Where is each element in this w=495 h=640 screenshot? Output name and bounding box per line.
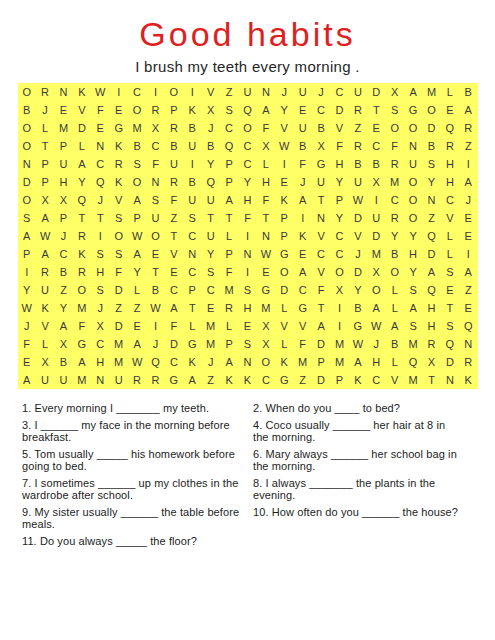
grid-cell[interactable]: Y [201,245,219,263]
grid-cell[interactable]: E [441,281,459,299]
grid-cell[interactable]: I [459,245,477,263]
grid-cell[interactable]: A [404,83,422,101]
grid-cell[interactable]: A [220,353,238,371]
grid-cell[interactable]: S [18,209,36,227]
grid-cell[interactable]: V [312,227,330,245]
grid-cell[interactable]: M [404,371,422,389]
grid-cell[interactable]: I [18,263,36,281]
grid-cell[interactable]: L [73,137,91,155]
grid-cell[interactable]: P [220,173,238,191]
grid-cell[interactable]: L [275,335,293,353]
grid-cell[interactable]: C [183,263,201,281]
grid-cell[interactable]: S [128,155,146,173]
grid-cell[interactable]: Y [54,299,72,317]
grid-cell[interactable]: C [385,191,403,209]
grid-cell[interactable]: U [201,191,219,209]
grid-cell[interactable]: N [257,83,275,101]
grid-cell[interactable]: F [165,317,183,335]
grid-cell[interactable]: F [257,191,275,209]
grid-cell[interactable]: Q [73,191,91,209]
grid-cell[interactable]: B [367,155,385,173]
grid-cell[interactable]: T [201,209,219,227]
grid-cell[interactable]: A [220,191,238,209]
grid-cell[interactable]: U [109,371,127,389]
grid-cell[interactable]: G [73,335,91,353]
grid-cell[interactable]: B [146,281,164,299]
grid-cell[interactable]: H [367,353,385,371]
grid-cell[interactable]: S [146,191,164,209]
grid-cell[interactable]: Y [18,281,36,299]
grid-cell[interactable]: B [201,137,219,155]
grid-cell[interactable]: E [18,353,36,371]
grid-cell[interactable]: C [238,155,256,173]
grid-cell[interactable]: R [73,263,91,281]
grid-cell[interactable]: V [165,245,183,263]
grid-cell[interactable]: K [109,137,127,155]
grid-cell[interactable]: C [330,227,348,245]
grid-cell[interactable]: U [404,155,422,173]
grid-cell[interactable]: V [36,317,54,335]
grid-cell[interactable]: G [275,245,293,263]
grid-cell[interactable]: L [441,245,459,263]
grid-cell[interactable]: F [146,155,164,173]
grid-cell[interactable]: C [165,281,183,299]
grid-cell[interactable]: A [36,245,54,263]
grid-cell[interactable]: Z [165,209,183,227]
grid-cell[interactable]: P [54,209,72,227]
grid-cell[interactable]: E [293,101,311,119]
grid-cell[interactable]: H [238,299,256,317]
grid-cell[interactable]: A [128,245,146,263]
grid-cell[interactable]: O [109,227,127,245]
grid-cell[interactable]: H [238,191,256,209]
grid-cell[interactable]: U [146,209,164,227]
grid-cell[interactable]: Z [220,83,238,101]
grid-cell[interactable]: W [146,299,164,317]
grid-cell[interactable]: W [91,83,109,101]
grid-cell[interactable]: A [404,299,422,317]
grid-cell[interactable]: S [441,317,459,335]
grid-cell[interactable]: K [36,299,54,317]
grid-cell[interactable]: Y [422,173,440,191]
grid-cell[interactable]: E [275,173,293,191]
grid-cell[interactable]: T [312,299,330,317]
grid-cell[interactable]: N [257,227,275,245]
grid-cell[interactable]: E [146,245,164,263]
grid-cell[interactable]: Q [422,281,440,299]
grid-cell[interactable]: O [18,137,36,155]
grid-cell[interactable]: N [441,371,459,389]
grid-cell[interactable]: X [385,83,403,101]
grid-cell[interactable]: G [404,101,422,119]
grid-cell[interactable]: C [330,83,348,101]
grid-cell[interactable]: O [18,119,36,137]
grid-cell[interactable]: N [238,353,256,371]
grid-cell[interactable]: P [220,155,238,173]
grid-cell[interactable]: I [238,227,256,245]
grid-cell[interactable]: J [201,353,219,371]
grid-cell[interactable]: O [18,191,36,209]
grid-cell[interactable]: X [54,335,72,353]
grid-cell[interactable]: Q [422,227,440,245]
grid-cell[interactable]: U [183,191,201,209]
grid-cell[interactable]: M [54,119,72,137]
grid-cell[interactable]: Y [275,101,293,119]
grid-cell[interactable]: W [36,227,54,245]
grid-cell[interactable]: T [367,101,385,119]
grid-cell[interactable]: T [422,371,440,389]
grid-cell[interactable]: D [312,335,330,353]
grid-cell[interactable]: C [128,83,146,101]
grid-cell[interactable]: R [36,83,54,101]
grid-cell[interactable]: W [18,299,36,317]
grid-cell[interactable]: U [183,137,201,155]
grid-cell[interactable]: D [275,281,293,299]
grid-cell[interactable]: Z [349,119,367,137]
grid-cell[interactable]: V [385,371,403,389]
grid-cell[interactable]: K [73,83,91,101]
grid-cell[interactable]: E [293,245,311,263]
grid-cell[interactable]: S [441,263,459,281]
grid-cell[interactable]: P [275,227,293,245]
grid-cell[interactable]: L [36,335,54,353]
grid-cell[interactable]: H [422,299,440,317]
grid-cell[interactable]: M [404,335,422,353]
grid-cell[interactable]: N [422,191,440,209]
grid-cell[interactable]: U [165,155,183,173]
grid-cell[interactable]: J [91,299,109,317]
grid-cell[interactable]: L [275,299,293,317]
grid-cell[interactable]: O [73,281,91,299]
grid-cell[interactable]: A [128,191,146,209]
grid-cell[interactable]: H [330,155,348,173]
grid-cell[interactable]: T [36,137,54,155]
grid-cell[interactable]: N [238,245,256,263]
grid-cell[interactable]: E [441,101,459,119]
grid-cell[interactable]: L [257,155,275,173]
grid-cell[interactable]: O [367,281,385,299]
grid-cell[interactable]: R [146,371,164,389]
grid-cell[interactable]: E [459,299,477,317]
grid-cell[interactable]: T [146,263,164,281]
grid-cell[interactable]: S [91,245,109,263]
grid-cell[interactable]: Q [404,353,422,371]
grid-cell[interactable]: Y [349,281,367,299]
grid-cell[interactable]: R [128,371,146,389]
grid-cell[interactable]: J [312,83,330,101]
grid-cell[interactable]: A [459,173,477,191]
grid-cell[interactable]: I [91,227,109,245]
grid-cell[interactable]: A [459,101,477,119]
grid-cell[interactable]: K [238,371,256,389]
grid-cell[interactable]: N [91,371,109,389]
grid-cell[interactable]: N [183,245,201,263]
grid-cell[interactable]: L [385,353,403,371]
grid-cell[interactable]: K [183,353,201,371]
grid-cell[interactable]: R [220,299,238,317]
grid-cell[interactable]: V [109,191,127,209]
grid-cell[interactable]: B [312,119,330,137]
grid-cell[interactable]: E [459,227,477,245]
grid-cell[interactable]: M [128,119,146,137]
grid-cell[interactable]: O [275,263,293,281]
grid-cell[interactable]: Z [128,299,146,317]
grid-cell[interactable]: A [312,317,330,335]
grid-cell[interactable]: J [349,245,367,263]
grid-cell[interactable]: D [312,371,330,389]
grid-cell[interactable]: S [385,101,403,119]
grid-cell[interactable]: A [18,227,36,245]
grid-cell[interactable]: I [330,299,348,317]
grid-cell[interactable]: X [330,281,348,299]
grid-cell[interactable]: O [404,191,422,209]
grid-cell[interactable]: Z [54,281,72,299]
grid-cell[interactable]: Y [128,263,146,281]
grid-cell[interactable]: N [312,209,330,227]
grid-cell[interactable]: M [109,335,127,353]
grid-cell[interactable]: X [36,191,54,209]
grid-cell[interactable]: Z [459,281,477,299]
grid-cell[interactable]: U [36,281,54,299]
grid-cell[interactable]: C [165,353,183,371]
grid-cell[interactable]: N [91,137,109,155]
grid-cell[interactable]: R [385,209,403,227]
grid-cell[interactable]: G [109,119,127,137]
grid-cell[interactable]: R [165,119,183,137]
grid-cell[interactable]: X [312,137,330,155]
grid-cell[interactable]: I [183,83,201,101]
grid-cell[interactable]: F [109,263,127,281]
grid-cell[interactable]: U [349,173,367,191]
grid-cell[interactable]: Q [220,137,238,155]
grid-cell[interactable]: S [404,281,422,299]
grid-cell[interactable]: F [220,263,238,281]
grid-cell[interactable]: C [146,137,164,155]
grid-cell[interactable]: A [293,263,311,281]
grid-cell[interactable]: Z [109,299,127,317]
grid-cell[interactable]: Y [404,227,422,245]
grid-cell[interactable]: A [183,371,201,389]
grid-cell[interactable]: I [238,263,256,281]
grid-cell[interactable]: P [18,245,36,263]
grid-cell[interactable]: P [330,191,348,209]
grid-cell[interactable]: C [312,101,330,119]
grid-cell[interactable]: L [183,317,201,335]
grid-cell[interactable]: C [220,119,238,137]
grid-cell[interactable]: O [330,263,348,281]
grid-cell[interactable]: G [312,155,330,173]
grid-cell[interactable]: B [459,83,477,101]
grid-cell[interactable]: D [165,335,183,353]
grid-cell[interactable]: U [238,83,256,101]
grid-cell[interactable]: K [349,371,367,389]
grid-cell[interactable]: N [18,155,36,173]
grid-cell[interactable]: A [293,191,311,209]
grid-cell[interactable]: C [257,371,275,389]
grid-cell[interactable]: B [165,137,183,155]
grid-cell[interactable]: R [385,155,403,173]
grid-cell[interactable]: X [201,101,219,119]
grid-cell[interactable]: T [165,227,183,245]
grid-cell[interactable]: P [165,101,183,119]
grid-cell[interactable]: W [349,191,367,209]
grid-cell[interactable]: F [238,209,256,227]
grid-cell[interactable]: U [293,83,311,101]
grid-cell[interactable]: U [201,227,219,245]
grid-cell[interactable]: L [128,281,146,299]
grid-cell[interactable]: M [73,371,91,389]
grid-cell[interactable]: S [238,281,256,299]
grid-cell[interactable]: M [367,245,385,263]
grid-cell[interactable]: B [349,299,367,317]
grid-cell[interactable]: Y [201,155,219,173]
grid-cell[interactable]: K [275,353,293,371]
grid-cell[interactable]: G [293,299,311,317]
grid-cell[interactable]: O [238,119,256,137]
grid-cell[interactable]: D [441,353,459,371]
grid-cell[interactable]: R [36,263,54,281]
grid-cell[interactable]: R [459,353,477,371]
grid-cell[interactable]: I [459,155,477,173]
grid-cell[interactable]: A [18,371,36,389]
grid-cell[interactable]: C [183,227,201,245]
grid-cell[interactable]: R [349,101,367,119]
grid-cell[interactable]: C [54,245,72,263]
grid-cell[interactable]: J [36,101,54,119]
grid-cell[interactable]: F [293,155,311,173]
grid-cell[interactable]: K [73,245,91,263]
grid-cell[interactable]: J [201,119,219,137]
grid-cell[interactable]: W [367,317,385,335]
grid-cell[interactable]: P [54,137,72,155]
grid-cell[interactable]: A [36,209,54,227]
grid-cell[interactable]: Q [91,173,109,191]
grid-cell[interactable]: A [73,353,91,371]
grid-cell[interactable]: U [312,173,330,191]
grid-cell[interactable]: P [128,209,146,227]
grid-cell[interactable]: O [404,173,422,191]
grid-cell[interactable]: R [441,137,459,155]
grid-cell[interactable]: W [257,245,275,263]
grid-cell[interactable]: C [238,137,256,155]
grid-cell[interactable]: C [367,371,385,389]
grid-cell[interactable]: D [422,245,440,263]
grid-cell[interactable]: O [385,263,403,281]
grid-cell[interactable]: D [367,83,385,101]
grid-cell[interactable]: G [183,335,201,353]
grid-cell[interactable]: P [312,353,330,371]
grid-cell[interactable]: P [220,335,238,353]
grid-cell[interactable]: O [165,83,183,101]
grid-cell[interactable]: M [201,317,219,335]
grid-cell[interactable]: L [441,83,459,101]
grid-cell[interactable]: P [36,155,54,173]
grid-cell[interactable]: P [220,245,238,263]
grid-cell[interactable]: B [422,137,440,155]
grid-cell[interactable]: J [459,191,477,209]
grid-cell[interactable]: R [165,173,183,191]
grid-cell[interactable]: S [183,209,201,227]
grid-cell[interactable]: N [404,137,422,155]
grid-cell[interactable]: U [36,371,54,389]
grid-cell[interactable]: Y [330,173,348,191]
grid-cell[interactable]: S [404,317,422,335]
grid-cell[interactable]: M [385,173,403,191]
grid-cell[interactable]: L [220,317,238,335]
grid-cell[interactable]: X [146,119,164,137]
grid-cell[interactable]: H [441,173,459,191]
grid-cell[interactable]: F [385,137,403,155]
grid-cell[interactable]: A [459,263,477,281]
grid-cell[interactable]: O [128,101,146,119]
grid-cell[interactable]: U [367,209,385,227]
grid-cell[interactable]: W [275,137,293,155]
grid-cell[interactable]: M [73,299,91,317]
grid-cell[interactable]: E [238,317,256,335]
grid-cell[interactable]: E [54,101,72,119]
grid-cell[interactable]: S [220,101,238,119]
grid-cell[interactable]: L [385,281,403,299]
grid-cell[interactable]: H [422,317,440,335]
grid-cell[interactable]: J [91,191,109,209]
grid-cell[interactable]: C [441,191,459,209]
grid-cell[interactable]: F [91,101,109,119]
grid-cell[interactable]: O [18,83,36,101]
grid-cell[interactable]: N [54,83,72,101]
grid-cell[interactable]: B [128,137,146,155]
grid-cell[interactable]: F [330,137,348,155]
grid-cell[interactable]: F [293,335,311,353]
grid-cell[interactable]: A [422,263,440,281]
grid-cell[interactable]: E [128,317,146,335]
grid-cell[interactable]: E [257,263,275,281]
grid-cell[interactable]: S [109,209,127,227]
grid-cell[interactable]: L [385,299,403,317]
grid-cell[interactable]: F [165,191,183,209]
grid-cell[interactable]: I [293,209,311,227]
grid-cell[interactable]: T [312,191,330,209]
grid-cell[interactable]: E [459,209,477,227]
grid-cell[interactable]: H [54,173,72,191]
grid-cell[interactable]: C [367,137,385,155]
grid-cell[interactable]: C [330,245,348,263]
grid-cell[interactable]: O [128,173,146,191]
grid-cell[interactable]: V [293,317,311,335]
grid-cell[interactable]: R [109,155,127,173]
grid-cell[interactable]: J [293,173,311,191]
grid-cell[interactable]: H [91,263,109,281]
grid-cell[interactable]: E [91,119,109,137]
grid-cell[interactable]: R [146,101,164,119]
grid-cell[interactable]: T [73,209,91,227]
grid-cell[interactable]: I [183,155,201,173]
grid-cell[interactable]: G [257,281,275,299]
grid-cell[interactable]: Q [201,173,219,191]
grid-cell[interactable]: Q [441,119,459,137]
grid-cell[interactable]: Y [73,173,91,191]
grid-cell[interactable]: V [275,119,293,137]
grid-cell[interactable]: H [404,245,422,263]
grid-cell[interactable]: M [109,353,127,371]
grid-cell[interactable]: B [183,173,201,191]
grid-cell[interactable]: Y [238,173,256,191]
grid-cell[interactable]: M [330,353,348,371]
grid-cell[interactable]: A [349,353,367,371]
grid-cell[interactable]: B [385,245,403,263]
grid-cell[interactable]: B [349,155,367,173]
grid-cell[interactable]: O [146,227,164,245]
grid-cell[interactable]: O [422,101,440,119]
